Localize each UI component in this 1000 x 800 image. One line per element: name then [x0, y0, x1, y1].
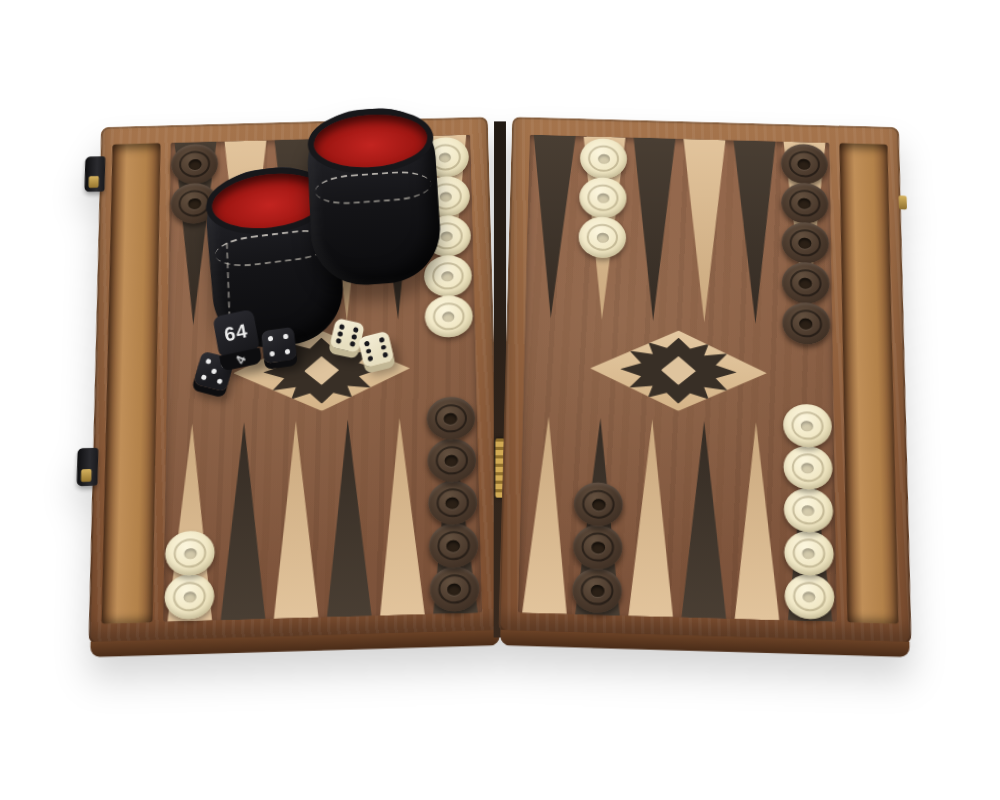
ivory-checker[interactable] [165, 530, 215, 576]
die-pip [269, 351, 275, 357]
ivory-checker[interactable] [579, 216, 627, 258]
die-pip [368, 356, 374, 362]
die-pip [350, 341, 356, 347]
brown-checker[interactable] [573, 524, 623, 570]
brown-checker[interactable] [427, 438, 477, 483]
ivory-checker[interactable] [424, 295, 473, 338]
brown-checker[interactable] [429, 566, 480, 612]
die-pip [216, 378, 223, 385]
brown-checker[interactable] [782, 262, 830, 305]
brown-checker[interactable] [426, 396, 475, 440]
backgammon-set: 64 4 [80, 121, 919, 637]
die-pip [283, 333, 289, 339]
brass-catch [899, 195, 907, 209]
stack-left-bottom-6 [426, 391, 481, 612]
playing-field-right [518, 135, 837, 622]
ivory-checker[interactable] [579, 177, 627, 219]
ivory-checker[interactable] [424, 255, 473, 298]
ivory-checker[interactable] [580, 138, 628, 179]
die-pip [339, 324, 345, 330]
die-pip [267, 335, 273, 341]
black-die-2[interactable] [261, 327, 297, 364]
brown-checker[interactable] [781, 143, 828, 184]
die-pip [352, 334, 358, 340]
die-pip [366, 348, 372, 354]
die-pip [364, 341, 370, 347]
checker-tray-left [102, 143, 161, 624]
ivory-checker[interactable] [164, 574, 214, 620]
ivory-checker[interactable] [784, 530, 834, 576]
stack-right-bottom-6 [783, 398, 836, 619]
ivory-checker[interactable] [784, 488, 834, 533]
die-pip [381, 344, 387, 350]
brown-checker[interactable] [574, 482, 624, 527]
die-pip [336, 338, 342, 344]
clasp-latch-bottom[interactable] [77, 448, 99, 487]
die-pip [337, 331, 343, 337]
clasp-latch-top[interactable] [84, 156, 105, 192]
ivory-checker[interactable] [784, 574, 834, 620]
die-pip [379, 337, 385, 343]
stack-right-top-6 [781, 143, 832, 350]
ivory-checker[interactable] [783, 445, 832, 490]
stack-right-bottom-2 [572, 476, 624, 613]
brown-checker[interactable] [429, 523, 479, 569]
brown-checker[interactable] [781, 222, 829, 264]
checker-tray-right [840, 143, 899, 624]
die-pip [353, 327, 359, 333]
stacks-right [518, 135, 837, 622]
brown-checker[interactable] [171, 143, 218, 184]
doubling-cube-side-label: 4 [232, 353, 249, 366]
dice-cup-right[interactable] [305, 105, 443, 289]
ivory-checker[interactable] [783, 404, 832, 448]
die-pip [382, 352, 388, 358]
brown-checker[interactable] [782, 302, 830, 345]
brown-checker[interactable] [428, 480, 478, 525]
board-right-half [498, 117, 911, 644]
brown-checker[interactable] [781, 182, 829, 224]
stack-left-bottom-1 [164, 525, 216, 620]
brown-checker[interactable] [572, 567, 622, 613]
stack-right-top-2 [578, 138, 628, 264]
die-pip [285, 349, 291, 355]
board: 64 4 [80, 121, 919, 637]
die-pip [200, 374, 207, 381]
die-pip [211, 368, 218, 375]
black-die-2-top-face [261, 327, 297, 364]
die-pip [205, 358, 212, 364]
